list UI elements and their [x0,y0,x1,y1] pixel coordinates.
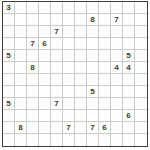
empty-cell-r12c9[interactable] [99,134,111,146]
empty-cell-r7c3[interactable] [27,74,39,86]
empty-cell-r9c12[interactable] [135,98,147,110]
empty-cell-r3c6[interactable] [63,26,75,38]
empty-cell-r1c6[interactable] [63,2,75,14]
empty-cell-r8c9[interactable] [99,86,111,98]
empty-cell-r7c9[interactable] [99,74,111,86]
clue-cell-r9c1: 5 [3,98,15,110]
empty-cell-r10c2[interactable] [15,110,27,122]
empty-cell-r1c11[interactable] [123,2,135,14]
empty-cell-r5c8[interactable] [87,50,99,62]
empty-cell-r11c4[interactable] [39,122,51,134]
empty-cell-r2c7[interactable] [75,14,87,26]
empty-cell-r4c2[interactable] [15,38,27,50]
empty-cell-r7c6[interactable] [63,74,75,86]
empty-cell-r12c11[interactable] [123,134,135,146]
empty-cell-r6c2[interactable] [15,62,27,74]
empty-cell-r12c10[interactable] [111,134,123,146]
empty-cell-r12c8[interactable] [87,134,99,146]
clue-cell-r3c5: 7 [51,26,63,38]
empty-cell-r10c4[interactable] [39,110,51,122]
empty-cell-r1c8[interactable] [87,2,99,14]
empty-cell-r11c7[interactable] [75,122,87,134]
empty-cell-r8c12[interactable] [135,86,147,98]
empty-cell-r11c3[interactable] [27,122,39,134]
empty-cell-r8c6[interactable] [63,86,75,98]
empty-cell-r7c2[interactable] [15,74,27,86]
empty-cell-r6c7[interactable] [75,62,87,74]
empty-cell-r3c10[interactable] [111,26,123,38]
empty-cell-r1c7[interactable] [75,2,87,14]
empty-cell-r11c12[interactable] [135,122,147,134]
empty-cell-r6c4[interactable] [39,62,51,74]
empty-cell-r10c10[interactable] [111,110,123,122]
empty-cell-r8c1[interactable] [3,86,15,98]
empty-cell-r12c6[interactable] [63,134,75,146]
empty-cell-r2c2[interactable] [15,14,27,26]
empty-cell-r10c8[interactable] [87,110,99,122]
clue-cell-r8c8: 5 [87,86,99,98]
clue-cell-r6c3: 8 [27,62,39,74]
empty-cell-r7c12[interactable] [135,74,147,86]
empty-cell-r11c11[interactable] [123,122,135,134]
empty-cell-r5c6[interactable] [63,50,75,62]
empty-cell-r5c5[interactable] [51,50,63,62]
empty-cell-r10c1[interactable] [3,110,15,122]
empty-cell-r9c10[interactable] [111,98,123,110]
empty-cell-r10c9[interactable] [99,110,111,122]
clue-cell-r2c8: 8 [87,14,99,26]
empty-cell-r1c10[interactable] [111,2,123,14]
empty-cell-r10c6[interactable] [63,110,75,122]
empty-cell-r5c10[interactable] [111,50,123,62]
empty-cell-r1c9[interactable] [99,2,111,14]
empty-cell-r7c10[interactable] [111,74,123,86]
empty-cell-r12c7[interactable] [75,134,87,146]
empty-cell-r6c12[interactable] [135,62,147,74]
clue-cell-r11c9: 6 [99,122,111,134]
empty-cell-r3c11[interactable] [123,26,135,38]
empty-cell-r1c2[interactable] [15,2,27,14]
empty-cell-r4c10[interactable] [111,38,123,50]
empty-cell-r9c11[interactable] [123,98,135,110]
empty-cell-r1c12[interactable] [135,2,147,14]
empty-cell-r7c1[interactable] [3,74,15,86]
empty-cell-r6c6[interactable] [63,62,75,74]
empty-cell-r3c8[interactable] [87,26,99,38]
empty-cell-r4c8[interactable] [87,38,99,50]
empty-cell-r8c11[interactable] [123,86,135,98]
empty-cell-r5c2[interactable] [15,50,27,62]
empty-cell-r6c1[interactable] [3,62,15,74]
clue-cell-r6c10: 4 [111,62,123,74]
empty-cell-r4c6[interactable] [63,38,75,50]
clue-cell-r6c11: 4 [123,62,135,74]
empty-cell-r6c9[interactable] [99,62,111,74]
empty-cell-r7c8[interactable] [87,74,99,86]
clue-cell-r11c8: 7 [87,122,99,134]
empty-cell-r7c4[interactable] [39,74,51,86]
empty-cell-r12c1[interactable] [3,134,15,146]
empty-cell-r8c4[interactable] [39,86,51,98]
empty-cell-r5c12[interactable] [135,50,147,62]
clue-cell-r1c1: 3 [3,2,15,14]
empty-cell-r4c5[interactable] [51,38,63,50]
empty-cell-r4c7[interactable] [75,38,87,50]
empty-cell-r9c3[interactable] [27,98,39,110]
clue-cell-r4c4: 6 [39,38,51,50]
clue-cell-r5c1: 5 [3,50,15,62]
empty-cell-r3c7[interactable] [75,26,87,38]
empty-cell-r9c4[interactable] [39,98,51,110]
empty-cell-r7c7[interactable] [75,74,87,86]
clue-cell-r11c2: 8 [15,122,27,134]
puzzle-board: 3877765584455768776 [2,1,148,147]
empty-cell-r8c3[interactable] [27,86,39,98]
empty-cell-r9c6[interactable] [63,98,75,110]
empty-cell-r2c9[interactable] [99,14,111,26]
empty-cell-r2c11[interactable] [123,14,135,26]
empty-cell-r5c7[interactable] [75,50,87,62]
empty-cell-r4c11[interactable] [123,38,135,50]
empty-cell-r11c5[interactable] [51,122,63,134]
empty-cell-r3c9[interactable] [99,26,111,38]
empty-cell-r8c2[interactable] [15,86,27,98]
clue-cell-r10c11: 6 [123,110,135,122]
empty-cell-r12c12[interactable] [135,134,147,146]
empty-cell-r6c5[interactable] [51,62,63,74]
empty-cell-r2c6[interactable] [63,14,75,26]
empty-cell-r4c1[interactable] [3,38,15,50]
empty-cell-r2c4[interactable] [39,14,51,26]
empty-cell-r5c9[interactable] [99,50,111,62]
empty-cell-r1c5[interactable] [51,2,63,14]
clue-cell-r4c3: 7 [27,38,39,50]
empty-cell-r12c4[interactable] [39,134,51,146]
empty-cell-r8c10[interactable] [111,86,123,98]
empty-cell-r3c12[interactable] [135,26,147,38]
empty-cell-r9c9[interactable] [99,98,111,110]
empty-cell-r10c7[interactable] [75,110,87,122]
empty-cell-r10c3[interactable] [27,110,39,122]
empty-cell-r3c1[interactable] [3,26,15,38]
empty-cell-r1c4[interactable] [39,2,51,14]
empty-cell-r12c3[interactable] [27,134,39,146]
empty-cell-r3c3[interactable] [27,26,39,38]
empty-cell-r4c9[interactable] [99,38,111,50]
empty-cell-r3c4[interactable] [39,26,51,38]
empty-cell-r12c5[interactable] [51,134,63,146]
empty-cell-r2c5[interactable] [51,14,63,26]
empty-cell-r7c11[interactable] [123,74,135,86]
empty-cell-r10c12[interactable] [135,110,147,122]
empty-cell-r2c1[interactable] [3,14,15,26]
empty-cell-r7c5[interactable] [51,74,63,86]
clue-cell-r2c10: 7 [111,14,123,26]
empty-cell-r11c10[interactable] [111,122,123,134]
empty-cell-r5c4[interactable] [39,50,51,62]
empty-cell-r9c8[interactable] [87,98,99,110]
puzzle-page: 3877765584455768776 [0,0,150,150]
clue-cell-r11c6: 7 [63,122,75,134]
empty-cell-r10c5[interactable] [51,110,63,122]
clue-cell-r9c5: 7 [51,98,63,110]
empty-cell-r9c7[interactable] [75,98,87,110]
clue-cell-r5c11: 5 [123,50,135,62]
empty-cell-r3c2[interactable] [15,26,27,38]
empty-cell-r5c3[interactable] [27,50,39,62]
empty-cell-r4c12[interactable] [135,38,147,50]
empty-cell-r8c7[interactable] [75,86,87,98]
empty-cell-r2c12[interactable] [135,14,147,26]
empty-cell-r8c5[interactable] [51,86,63,98]
empty-cell-r1c3[interactable] [27,2,39,14]
empty-cell-r11c1[interactable] [3,122,15,134]
empty-cell-r12c2[interactable] [15,134,27,146]
empty-cell-r9c2[interactable] [15,98,27,110]
empty-cell-r6c8[interactable] [87,62,99,74]
empty-cell-r2c3[interactable] [27,14,39,26]
